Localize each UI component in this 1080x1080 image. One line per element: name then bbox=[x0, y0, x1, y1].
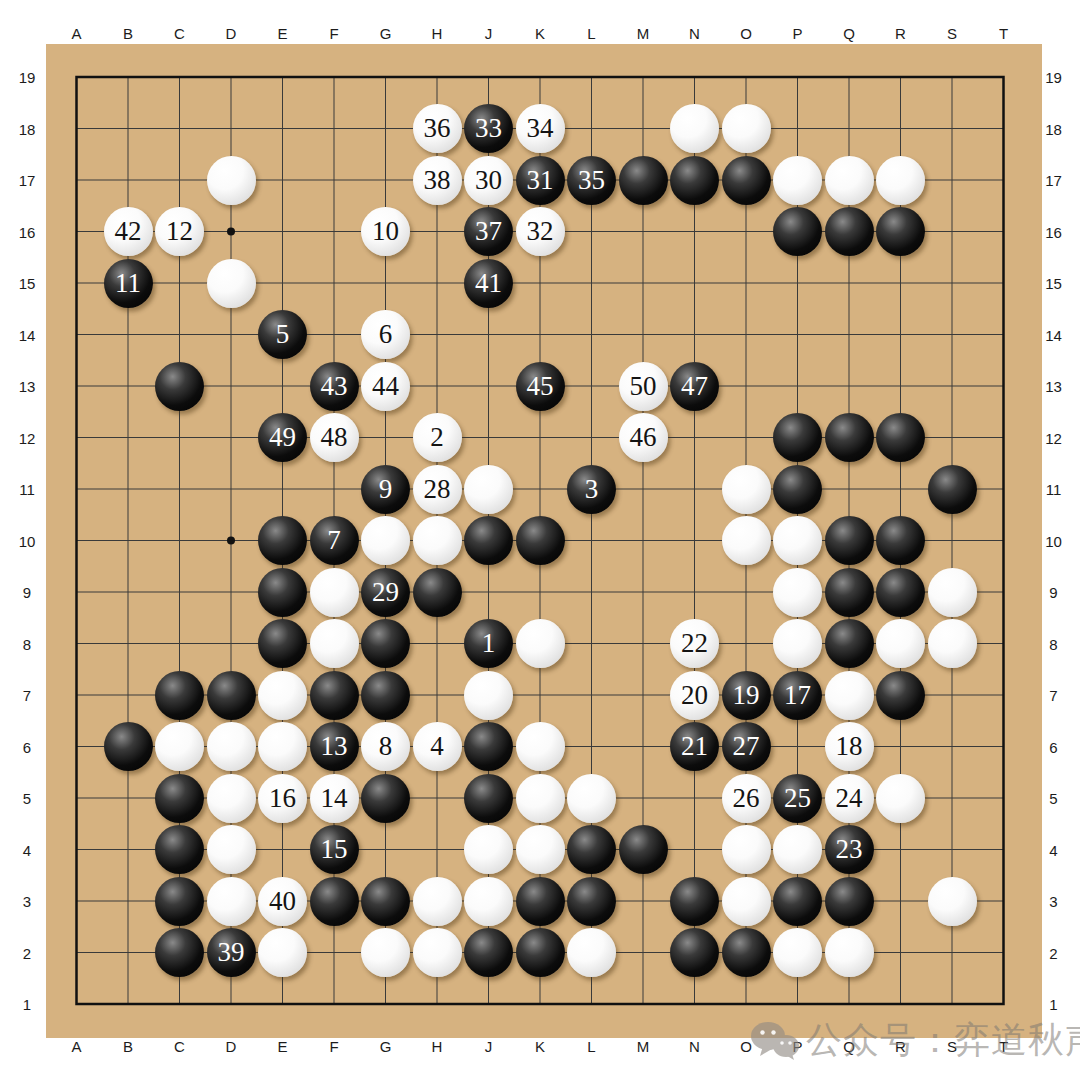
stone-F12: 48 bbox=[310, 413, 359, 462]
move-number: 20 bbox=[681, 682, 708, 709]
stone-M12: 46 bbox=[619, 413, 668, 462]
coord-label-top-K: K bbox=[535, 25, 545, 42]
stone-P3 bbox=[773, 877, 822, 926]
move-number: 22 bbox=[681, 630, 708, 657]
stone-K18: 34 bbox=[516, 104, 565, 153]
stone-H3 bbox=[413, 877, 462, 926]
move-number: 26 bbox=[733, 785, 760, 812]
move-number: 13 bbox=[321, 733, 348, 760]
stone-E8 bbox=[258, 619, 307, 668]
coord-label-top-N: N bbox=[689, 25, 700, 42]
coord-label-bottom-D: D bbox=[226, 1038, 237, 1055]
coord-label-left-15: 15 bbox=[19, 275, 36, 292]
stone-D6 bbox=[207, 722, 256, 771]
coord-label-bottom-L: L bbox=[587, 1038, 595, 1055]
stone-O2 bbox=[722, 928, 771, 977]
stone-B16: 42 bbox=[104, 207, 153, 256]
stone-E7 bbox=[258, 671, 307, 720]
stone-P10 bbox=[773, 516, 822, 565]
stone-L11: 3 bbox=[567, 465, 616, 514]
stone-S8 bbox=[928, 619, 977, 668]
coord-label-top-E: E bbox=[277, 25, 287, 42]
stone-J4 bbox=[464, 825, 513, 874]
move-number: 34 bbox=[527, 115, 554, 142]
stone-P2 bbox=[773, 928, 822, 977]
stone-Q10 bbox=[825, 516, 874, 565]
coord-label-bottom-O: O bbox=[740, 1038, 752, 1055]
stone-F8 bbox=[310, 619, 359, 668]
coord-label-right-11: 11 bbox=[1046, 481, 1062, 498]
stone-P7: 17 bbox=[773, 671, 822, 720]
stone-C13 bbox=[155, 362, 204, 411]
stone-R5 bbox=[876, 774, 925, 823]
stone-K17: 31 bbox=[516, 156, 565, 205]
stone-O18 bbox=[722, 104, 771, 153]
stone-R8 bbox=[876, 619, 925, 668]
stone-C7 bbox=[155, 671, 204, 720]
stone-O6: 27 bbox=[722, 722, 771, 771]
stone-J15: 41 bbox=[464, 259, 513, 308]
move-number: 9 bbox=[379, 476, 393, 503]
coord-label-left-1: 1 bbox=[23, 996, 31, 1013]
coord-label-left-12: 12 bbox=[19, 429, 36, 446]
coord-label-right-3: 3 bbox=[1049, 893, 1057, 910]
coord-label-top-H: H bbox=[432, 25, 443, 42]
stone-B6 bbox=[104, 722, 153, 771]
move-number: 30 bbox=[475, 167, 502, 194]
stone-F4: 15 bbox=[310, 825, 359, 874]
stone-C4 bbox=[155, 825, 204, 874]
move-number: 49 bbox=[269, 424, 296, 451]
move-number: 40 bbox=[269, 888, 296, 915]
coord-label-right-2: 2 bbox=[1049, 944, 1057, 961]
coord-label-top-G: G bbox=[380, 25, 392, 42]
coord-label-right-15: 15 bbox=[1045, 275, 1062, 292]
stone-R7 bbox=[876, 671, 925, 720]
stone-E3: 40 bbox=[258, 877, 307, 926]
coord-label-top-L: L bbox=[587, 25, 595, 42]
stone-P8 bbox=[773, 619, 822, 668]
stone-J18: 33 bbox=[464, 104, 513, 153]
stone-J3 bbox=[464, 877, 513, 926]
coord-label-bottom-T: T bbox=[999, 1038, 1008, 1055]
move-number: 7 bbox=[327, 527, 341, 554]
stone-O11 bbox=[722, 465, 771, 514]
move-number: 8 bbox=[379, 733, 393, 760]
move-number: 33 bbox=[475, 115, 502, 142]
coord-label-top-A: A bbox=[71, 25, 81, 42]
move-number: 32 bbox=[527, 218, 554, 245]
stone-G6: 8 bbox=[361, 722, 410, 771]
stone-J8: 1 bbox=[464, 619, 513, 668]
stone-S3 bbox=[928, 877, 977, 926]
move-number: 10 bbox=[372, 218, 399, 245]
coord-label-bottom-Q: Q bbox=[843, 1038, 855, 1055]
move-number: 50 bbox=[630, 373, 657, 400]
stone-G2 bbox=[361, 928, 410, 977]
stone-L17: 35 bbox=[567, 156, 616, 205]
move-number: 17 bbox=[784, 682, 811, 709]
coord-label-right-16: 16 bbox=[1045, 223, 1062, 240]
coord-label-left-6: 6 bbox=[23, 738, 31, 755]
stone-P9 bbox=[773, 568, 822, 617]
coord-label-left-7: 7 bbox=[23, 687, 31, 704]
stone-G8 bbox=[361, 619, 410, 668]
stone-H18: 36 bbox=[413, 104, 462, 153]
stone-F5: 14 bbox=[310, 774, 359, 823]
coord-label-bottom-B: B bbox=[123, 1038, 133, 1055]
coord-label-right-4: 4 bbox=[1049, 841, 1057, 858]
stone-Q6: 18 bbox=[825, 722, 874, 771]
stone-P11 bbox=[773, 465, 822, 514]
coord-label-bottom-E: E bbox=[277, 1038, 287, 1055]
stone-D7 bbox=[207, 671, 256, 720]
stone-J6 bbox=[464, 722, 513, 771]
stone-C3 bbox=[155, 877, 204, 926]
move-number: 6 bbox=[379, 321, 393, 348]
stone-Q3 bbox=[825, 877, 874, 926]
move-number: 37 bbox=[475, 218, 502, 245]
coord-label-bottom-K: K bbox=[535, 1038, 545, 1055]
stone-D5 bbox=[207, 774, 256, 823]
stone-F13: 43 bbox=[310, 362, 359, 411]
coord-label-left-11: 11 bbox=[19, 481, 35, 498]
stone-J7 bbox=[464, 671, 513, 720]
stone-Q8 bbox=[825, 619, 874, 668]
stone-H6: 4 bbox=[413, 722, 462, 771]
move-number: 23 bbox=[836, 836, 863, 863]
stone-G13: 44 bbox=[361, 362, 410, 411]
stone-H11: 28 bbox=[413, 465, 462, 514]
coord-label-right-18: 18 bbox=[1045, 120, 1062, 137]
stone-M13: 50 bbox=[619, 362, 668, 411]
stone-E5: 16 bbox=[258, 774, 307, 823]
stone-J2 bbox=[464, 928, 513, 977]
coord-label-right-1: 1 bbox=[1049, 996, 1057, 1013]
move-number: 43 bbox=[321, 373, 348, 400]
star-point-D10 bbox=[227, 537, 235, 545]
coord-label-left-5: 5 bbox=[23, 790, 31, 807]
coord-label-right-14: 14 bbox=[1045, 326, 1062, 343]
go-diagram-page: AABBCCDDEEFFGGHHJJKKLLMMNNOOPPQQRRSSTT19… bbox=[0, 0, 1080, 1080]
coord-label-bottom-R: R bbox=[895, 1038, 906, 1055]
stone-Q2 bbox=[825, 928, 874, 977]
stone-O3 bbox=[722, 877, 771, 926]
stone-H9 bbox=[413, 568, 462, 617]
stone-J11 bbox=[464, 465, 513, 514]
stone-G16: 10 bbox=[361, 207, 410, 256]
move-number: 45 bbox=[527, 373, 554, 400]
stone-E12: 49 bbox=[258, 413, 307, 462]
stone-G10 bbox=[361, 516, 410, 565]
coord-label-left-8: 8 bbox=[23, 635, 31, 652]
stone-K3 bbox=[516, 877, 565, 926]
stone-K5 bbox=[516, 774, 565, 823]
stone-Q4: 23 bbox=[825, 825, 874, 874]
stone-H2 bbox=[413, 928, 462, 977]
coord-label-left-10: 10 bbox=[19, 532, 36, 549]
stone-G3 bbox=[361, 877, 410, 926]
stone-L5 bbox=[567, 774, 616, 823]
stone-Q7 bbox=[825, 671, 874, 720]
stone-C5 bbox=[155, 774, 204, 823]
coord-label-right-19: 19 bbox=[1045, 69, 1062, 86]
stone-E9 bbox=[258, 568, 307, 617]
stone-N8: 22 bbox=[670, 619, 719, 668]
coord-label-top-Q: Q bbox=[843, 25, 855, 42]
stone-H10 bbox=[413, 516, 462, 565]
stone-N3 bbox=[670, 877, 719, 926]
stone-G14: 6 bbox=[361, 310, 410, 359]
move-number: 11 bbox=[115, 270, 141, 297]
coord-label-bottom-A: A bbox=[71, 1038, 81, 1055]
move-number: 4 bbox=[430, 733, 444, 760]
coord-label-top-O: O bbox=[740, 25, 752, 42]
move-number: 24 bbox=[836, 785, 863, 812]
star-point-D16 bbox=[227, 228, 235, 236]
stone-J17: 30 bbox=[464, 156, 513, 205]
stone-K16: 32 bbox=[516, 207, 565, 256]
coord-label-left-3: 3 bbox=[23, 893, 31, 910]
coord-label-top-R: R bbox=[895, 25, 906, 42]
stone-D17 bbox=[207, 156, 256, 205]
coord-label-top-M: M bbox=[637, 25, 650, 42]
coord-label-bottom-H: H bbox=[432, 1038, 443, 1055]
stone-G7 bbox=[361, 671, 410, 720]
move-number: 12 bbox=[166, 218, 193, 245]
stone-N2 bbox=[670, 928, 719, 977]
coord-label-bottom-S: S bbox=[947, 1038, 957, 1055]
stone-F9 bbox=[310, 568, 359, 617]
coord-label-left-17: 17 bbox=[19, 172, 36, 189]
coord-label-right-8: 8 bbox=[1049, 635, 1057, 652]
stone-N7: 20 bbox=[670, 671, 719, 720]
stone-Q12 bbox=[825, 413, 874, 462]
stone-E10 bbox=[258, 516, 307, 565]
stone-M4 bbox=[619, 825, 668, 874]
coord-label-left-4: 4 bbox=[23, 841, 31, 858]
coord-label-left-14: 14 bbox=[19, 326, 36, 343]
move-number: 16 bbox=[269, 785, 296, 812]
coord-label-top-S: S bbox=[947, 25, 957, 42]
coord-label-left-9: 9 bbox=[23, 584, 31, 601]
coord-label-right-7: 7 bbox=[1049, 687, 1057, 704]
stone-C16: 12 bbox=[155, 207, 204, 256]
move-number: 36 bbox=[424, 115, 451, 142]
coord-label-right-10: 10 bbox=[1045, 532, 1062, 549]
stone-P12 bbox=[773, 413, 822, 462]
coord-label-left-13: 13 bbox=[19, 378, 36, 395]
coord-label-right-5: 5 bbox=[1049, 790, 1057, 807]
stone-F10: 7 bbox=[310, 516, 359, 565]
stone-N18 bbox=[670, 104, 719, 153]
stone-Q16 bbox=[825, 207, 874, 256]
stone-N13: 47 bbox=[670, 362, 719, 411]
stone-K6 bbox=[516, 722, 565, 771]
coord-label-right-17: 17 bbox=[1045, 172, 1062, 189]
coord-label-top-C: C bbox=[174, 25, 185, 42]
stone-E2 bbox=[258, 928, 307, 977]
stone-O5: 26 bbox=[722, 774, 771, 823]
move-number: 18 bbox=[836, 733, 863, 760]
move-number: 48 bbox=[321, 424, 348, 451]
stone-L4 bbox=[567, 825, 616, 874]
move-number: 44 bbox=[372, 373, 399, 400]
stone-O17 bbox=[722, 156, 771, 205]
stone-N6: 21 bbox=[670, 722, 719, 771]
coord-label-right-9: 9 bbox=[1049, 584, 1057, 601]
move-number: 35 bbox=[578, 167, 605, 194]
stone-J5 bbox=[464, 774, 513, 823]
move-number: 27 bbox=[733, 733, 760, 760]
stone-H12: 2 bbox=[413, 413, 462, 462]
move-number: 14 bbox=[321, 785, 348, 812]
move-number: 15 bbox=[321, 836, 348, 863]
coord-label-top-P: P bbox=[792, 25, 802, 42]
stone-L3 bbox=[567, 877, 616, 926]
stone-K2 bbox=[516, 928, 565, 977]
coord-label-left-16: 16 bbox=[19, 223, 36, 240]
stone-B15: 11 bbox=[104, 259, 153, 308]
stone-K13: 45 bbox=[516, 362, 565, 411]
stone-O7: 19 bbox=[722, 671, 771, 720]
stone-K4 bbox=[516, 825, 565, 874]
stone-K8 bbox=[516, 619, 565, 668]
move-number: 39 bbox=[218, 939, 245, 966]
coord-label-bottom-P: P bbox=[792, 1038, 802, 1055]
move-number: 2 bbox=[430, 424, 444, 451]
stone-G9: 29 bbox=[361, 568, 410, 617]
stone-M17 bbox=[619, 156, 668, 205]
coord-label-left-2: 2 bbox=[23, 944, 31, 961]
coord-label-bottom-N: N bbox=[689, 1038, 700, 1055]
move-number: 3 bbox=[585, 476, 599, 503]
move-number: 19 bbox=[733, 682, 760, 709]
coord-label-left-19: 19 bbox=[19, 69, 36, 86]
stone-J10 bbox=[464, 516, 513, 565]
coord-label-bottom-C: C bbox=[174, 1038, 185, 1055]
stone-S11 bbox=[928, 465, 977, 514]
coord-label-left-18: 18 bbox=[19, 120, 36, 137]
coord-label-right-13: 13 bbox=[1045, 378, 1062, 395]
stone-N17 bbox=[670, 156, 719, 205]
stone-F7 bbox=[310, 671, 359, 720]
coord-label-bottom-F: F bbox=[329, 1038, 338, 1055]
stone-E6 bbox=[258, 722, 307, 771]
coord-label-right-6: 6 bbox=[1049, 738, 1057, 755]
stone-S9 bbox=[928, 568, 977, 617]
stone-P17 bbox=[773, 156, 822, 205]
move-number: 28 bbox=[424, 476, 451, 503]
stone-Q17 bbox=[825, 156, 874, 205]
coord-label-top-B: B bbox=[123, 25, 133, 42]
stone-Q5: 24 bbox=[825, 774, 874, 823]
stone-G11: 9 bbox=[361, 465, 410, 514]
move-number: 42 bbox=[115, 218, 142, 245]
move-number: 21 bbox=[681, 733, 708, 760]
stone-P5: 25 bbox=[773, 774, 822, 823]
move-number: 5 bbox=[276, 321, 290, 348]
move-number: 47 bbox=[681, 373, 708, 400]
move-number: 1 bbox=[482, 630, 496, 657]
stone-R16 bbox=[876, 207, 925, 256]
move-number: 25 bbox=[784, 785, 811, 812]
stone-H17: 38 bbox=[413, 156, 462, 205]
stone-P4 bbox=[773, 825, 822, 874]
stone-R10 bbox=[876, 516, 925, 565]
move-number: 46 bbox=[630, 424, 657, 451]
coord-label-bottom-J: J bbox=[485, 1038, 493, 1055]
coord-label-right-12: 12 bbox=[1045, 429, 1062, 446]
move-number: 31 bbox=[527, 167, 554, 194]
stone-L2 bbox=[567, 928, 616, 977]
stone-F6: 13 bbox=[310, 722, 359, 771]
stone-D2: 39 bbox=[207, 928, 256, 977]
stone-C6 bbox=[155, 722, 204, 771]
stone-Q9 bbox=[825, 568, 874, 617]
stone-R12 bbox=[876, 413, 925, 462]
move-number: 29 bbox=[372, 579, 399, 606]
stone-E14: 5 bbox=[258, 310, 307, 359]
stone-D15 bbox=[207, 259, 256, 308]
coord-label-top-F: F bbox=[329, 25, 338, 42]
stone-R17 bbox=[876, 156, 925, 205]
coord-label-top-J: J bbox=[485, 25, 493, 42]
coord-label-bottom-M: M bbox=[637, 1038, 650, 1055]
stone-J16: 37 bbox=[464, 207, 513, 256]
coord-label-top-T: T bbox=[999, 25, 1008, 42]
stone-O10 bbox=[722, 516, 771, 565]
stone-F3 bbox=[310, 877, 359, 926]
stone-D3 bbox=[207, 877, 256, 926]
stone-R9 bbox=[876, 568, 925, 617]
move-number: 38 bbox=[424, 167, 451, 194]
coord-label-top-D: D bbox=[226, 25, 237, 42]
stone-G5 bbox=[361, 774, 410, 823]
stone-C2 bbox=[155, 928, 204, 977]
coord-label-bottom-G: G bbox=[380, 1038, 392, 1055]
stone-D4 bbox=[207, 825, 256, 874]
stone-P16 bbox=[773, 207, 822, 256]
stone-K10 bbox=[516, 516, 565, 565]
move-number: 41 bbox=[475, 270, 502, 297]
stone-O4 bbox=[722, 825, 771, 874]
